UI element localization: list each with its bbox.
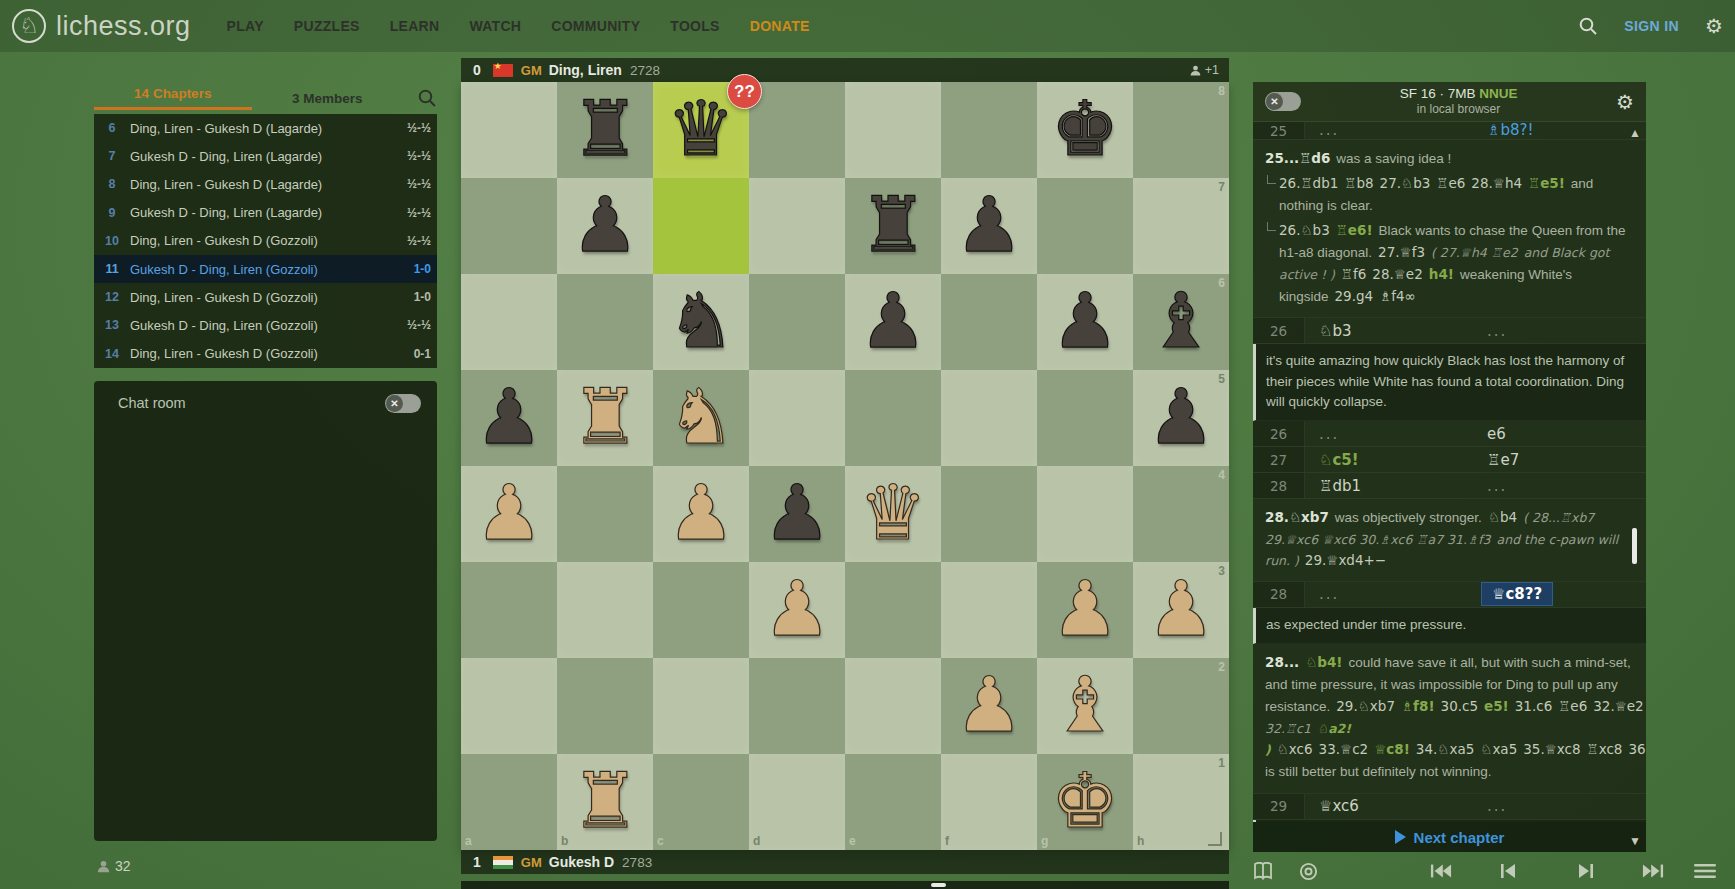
square-b4[interactable] (557, 466, 653, 562)
square-c6[interactable]: ♞ (653, 274, 749, 370)
variation-move[interactable]: ♖e6! (1336, 222, 1373, 238)
chapter-number: 10 (94, 234, 130, 248)
coord-rank-6: 6 (1218, 276, 1225, 290)
square-g6[interactable]: ♟ (1037, 274, 1133, 370)
nav-item-learn[interactable]: LEARN (390, 18, 440, 34)
black-pawn-b7[interactable]: ♟ (557, 178, 653, 274)
square-g4[interactable] (1037, 466, 1133, 562)
variation-move[interactable]: 26.♘b3 (1279, 222, 1330, 238)
chat-header: Chat room ✕ (94, 381, 437, 425)
variation-move[interactable]: e5! (1484, 698, 1509, 714)
square-h2[interactable]: 2 (1133, 658, 1229, 754)
variation-line: 26.♖db1♖b827.♘b3♖e628.♕h4♖e5!and nothing… (1265, 173, 1636, 217)
search-icon[interactable] (1578, 16, 1598, 36)
square-h8[interactable]: 8 (1133, 82, 1229, 178)
member-count-value: 32 (115, 858, 131, 874)
nav-item-puzzles[interactable]: PUZZLES (294, 18, 360, 34)
coord-file-e: e (849, 834, 856, 848)
variation-move[interactable]: ♖e6 (1436, 175, 1465, 191)
move-number: 26 (1253, 318, 1305, 343)
chapter-title: Ding, Liren - Gukesh D (Lagarde) (130, 121, 391, 136)
settings-gear-icon[interactable]: ⚙ (1705, 16, 1723, 36)
horizontal-scrollbar[interactable] (461, 881, 1229, 889)
square-f7[interactable]: ♟ (941, 178, 1037, 274)
square-d4[interactable]: ♟ (749, 466, 845, 562)
variation-move[interactable]: 33.♕c2 (1319, 741, 1369, 757)
chapter-result: 0-1 (391, 347, 437, 361)
move-row: 25...♗b8?! (1253, 122, 1646, 140)
chat-toggle[interactable]: ✕ (385, 394, 421, 413)
square-g5[interactable] (1037, 370, 1133, 466)
variation-line: 28...♘b4!could have save it all, but wit… (1265, 652, 1636, 783)
black-pawn-g6[interactable]: ♟ (1037, 274, 1133, 370)
move[interactable]: ♗b8?! (1473, 122, 1641, 139)
variation-line: 26.♘b3♖e6!Black wants to chase the Queen… (1265, 220, 1636, 308)
move[interactable]: ... (1305, 585, 1473, 603)
move-number: 26 (1253, 421, 1305, 446)
square-b7[interactable]: ♟ (557, 178, 653, 274)
square-b2[interactable] (557, 658, 653, 754)
chapter-row-8[interactable]: 8Ding, Liren - Gukesh D (Lagarde)½-½ (94, 170, 437, 198)
coord-rank-5: 5 (1218, 372, 1225, 386)
scrollbar-thumb[interactable] (1632, 528, 1637, 564)
chapter-row-7[interactable]: 7Gukesh D - Ding, Liren (Lagarde)½-½ (94, 142, 437, 170)
nav-item-watch[interactable]: WATCH (469, 18, 521, 34)
white-pawn-g3[interactable]: ♟ (1037, 562, 1133, 658)
variation-move[interactable]: 28... (1265, 654, 1299, 670)
move-row: 26...e6 (1253, 421, 1646, 447)
spectator-count: +1 (1189, 63, 1219, 77)
variation-move[interactable]: 30.c5 (1441, 698, 1478, 714)
coord-file-c: c (657, 834, 664, 848)
coord-file-a: a (465, 834, 472, 848)
variation-move[interactable]: 35.♕xc8 (1523, 741, 1580, 757)
black-pawn-h5[interactable]: ♟ (1133, 370, 1229, 466)
chapter-row-6[interactable]: 6Ding, Liren - Gukesh D (Lagarde)½-½ (94, 114, 437, 142)
square-d7[interactable] (749, 178, 845, 274)
coord-rank-2: 2 (1218, 660, 1225, 674)
black-pawn-d4[interactable]: ♟ (749, 466, 845, 562)
variation-block: 28.♘xb7was objectively stronger.♘b4( 28.… (1253, 499, 1646, 582)
move-number: 25 (1253, 122, 1305, 139)
nav-item-play[interactable]: PLAY (227, 18, 264, 34)
next-chapter-label: Next chapter (1414, 829, 1505, 846)
move[interactable]: ... (1473, 797, 1641, 815)
square-e8[interactable] (845, 82, 941, 178)
move-row: 27♘c5!♖e7 (1253, 447, 1646, 473)
annotation-comment: it's quite amazing how quickly Black has… (1253, 344, 1646, 421)
square-h6[interactable]: ♝6 (1133, 274, 1229, 370)
variation-move[interactable]: 27.♘b3 (1380, 175, 1431, 191)
chapter-title: Ding, Liren - Gukesh D (Gozzoli) (130, 233, 391, 248)
toggle-knob-x: ✕ (386, 395, 403, 412)
analysis-panel: ✕ SF 16 · 7MB NNUE in local browser ⚙ 25… (1253, 82, 1646, 852)
square-f6[interactable] (941, 274, 1037, 370)
variation-move[interactable]: ♘xa5 (1480, 741, 1517, 757)
square-h7[interactable]: 7 (1133, 178, 1229, 274)
black-king-g8[interactable]: ♚ (1037, 82, 1133, 178)
move[interactable]: ♖e7 (1473, 451, 1641, 469)
chapter-result: 1-0 (391, 262, 437, 276)
square-b8[interactable]: ♜ (557, 82, 653, 178)
move[interactable]: ... (1473, 322, 1641, 340)
person-icon (1189, 64, 1202, 77)
square-e4[interactable]: ♛ (845, 466, 941, 562)
chapter-result: ½-½ (391, 177, 437, 191)
play-icon (1395, 830, 1406, 844)
square-e6[interactable]: ♟ (845, 274, 941, 370)
spectator-value: +1 (1205, 63, 1219, 77)
engine-header: ✕ SF 16 · 7MB NNUE in local browser ⚙ (1253, 82, 1646, 122)
chapter-result: ½-½ (391, 234, 437, 248)
move[interactable]: e6 (1473, 425, 1641, 443)
chapter-number: 7 (94, 149, 130, 163)
square-e3[interactable] (845, 562, 941, 658)
chapter-number: 13 (94, 318, 130, 332)
square-c1[interactable]: c (653, 754, 749, 850)
square-c4[interactable]: ♟ (653, 466, 749, 562)
square-g1[interactable]: ♚g (1037, 754, 1133, 850)
chapter-row-13[interactable]: 13Gukesh D - Ding, Liren (Gozzoli)½-½ (94, 311, 437, 339)
board-resize-handle[interactable] (1208, 832, 1222, 846)
person-icon (96, 859, 111, 874)
white-pawn-h3[interactable]: ♟ (1133, 562, 1229, 658)
move-row: 28♖db1... (1253, 473, 1646, 499)
square-f2[interactable]: ♟ (941, 658, 1037, 754)
move[interactable]: ... (1305, 425, 1473, 443)
white-pawn-c4[interactable]: ♟ (653, 466, 749, 562)
coord-rank-7: 7 (1218, 180, 1225, 194)
chapter-number: 8 (94, 177, 130, 191)
variation-move[interactable]: 36.♖xa5 (1628, 741, 1646, 757)
variation-move[interactable]: 25...♖d6 (1265, 150, 1330, 166)
square-b6[interactable] (557, 274, 653, 370)
square-f8[interactable] (941, 82, 1037, 178)
variation-move[interactable]: ( 27.♕h4 ♖e2 (1431, 245, 1518, 260)
previous-move-button[interactable] (1500, 861, 1516, 881)
square-c7[interactable] (653, 178, 749, 274)
variation-move[interactable]: 28.♘xb7 (1265, 509, 1329, 525)
variation-line: 28.♘xb7was objectively stronger.♘b4( 28.… (1265, 507, 1636, 571)
engine-nnue-badge: NNUE (1479, 86, 1517, 101)
next-chapter-button[interactable]: Next chapter (1253, 822, 1646, 852)
chapter-row-10[interactable]: 10Ding, Liren - Gukesh D (Gozzoli)½-½ (94, 227, 437, 255)
study-tabs: 14 Chapters 3 Members (94, 84, 437, 112)
square-a4[interactable]: ♟ (461, 466, 557, 562)
coord-rank-1: 1 (1218, 756, 1225, 770)
score-bottom: 1 (461, 854, 493, 870)
chapter-row-11[interactable]: 11Gukesh D - Ding, Liren (Gozzoli)1-0 (94, 255, 437, 283)
black-pawn-e6[interactable]: ♟ (845, 274, 941, 370)
white-pawn-f2[interactable]: ♟ (941, 658, 1037, 754)
move-list: 25...♗b8?!25...♖d6was a saving idea !26.… (1253, 122, 1646, 822)
lichess-logo[interactable]: ♘ lichess.org (12, 9, 191, 43)
black-rook-e7[interactable]: ♜ (845, 178, 941, 274)
chapter-row-9[interactable]: 9Gukesh D - Ding, Liren (Lagarde)½-½ (94, 199, 437, 227)
score-top: 0 (461, 62, 493, 78)
white-bishop-g2[interactable]: ♝ (1037, 658, 1133, 754)
nav-item-community[interactable]: COMMUNITY (551, 18, 640, 34)
square-h5[interactable]: ♟5 (1133, 370, 1229, 466)
engine-name: SF 16 · 7MB NNUE (1301, 86, 1616, 103)
square-c2[interactable] (653, 658, 749, 754)
move-number: 28 (1253, 473, 1305, 498)
move[interactable]: ♘c5! (1305, 451, 1473, 469)
comment-text: was a saving idea ! (1336, 151, 1451, 166)
current-move[interactable]: ♕c8?? (1481, 582, 1553, 606)
blunder-annotation-badge: ?? (727, 74, 762, 109)
first-move-button[interactable] (1430, 861, 1452, 881)
variation-move[interactable]: h4! (1429, 266, 1454, 282)
knight-logo-icon: ♘ (12, 9, 46, 43)
variation-move[interactable]: ♗f4∞ (1379, 288, 1416, 304)
next-move-button[interactable] (1578, 861, 1594, 881)
nav-item-donate[interactable]: DONATE (750, 18, 810, 34)
variation-move[interactable]: 28.♕h4 (1471, 175, 1522, 191)
chevron-down-icon[interactable]: ▼ (1629, 834, 1641, 848)
flag-india-icon (493, 856, 513, 869)
square-h4[interactable]: 4 (1133, 466, 1229, 562)
top-navbar: ♘ lichess.org PLAYPUZZLESLEARNWATCHCOMMU… (0, 0, 1735, 52)
square-e2[interactable] (845, 658, 941, 754)
square-b3[interactable] (557, 562, 653, 658)
black-pawn-f7[interactable]: ♟ (941, 178, 1037, 274)
white-queen-e4[interactable]: ♛ (845, 466, 941, 562)
variation-move[interactable]: 26.♖db1 (1279, 175, 1338, 191)
variation-move[interactable]: ♘xc6 (1277, 741, 1313, 757)
comments-book-icon[interactable] (1253, 861, 1273, 881)
square-g3[interactable]: ♟ (1037, 562, 1133, 658)
player-title-bottom[interactable]: GM (521, 855, 542, 870)
square-c3[interactable] (653, 562, 749, 658)
variation-move[interactable]: 34.♘xa5 (1416, 741, 1474, 757)
chapter-number: 9 (94, 206, 130, 220)
chapter-result: ½-½ (391, 318, 437, 332)
sign-in-button[interactable]: SIGN IN (1624, 18, 1679, 34)
move-row: 29♕xc6... (1253, 794, 1646, 820)
variation-move[interactable]: 29.♕xd4+− (1305, 552, 1386, 568)
chapter-title: Gukesh D - Ding, Liren (Gozzoli) (130, 318, 391, 333)
flag-china-icon (493, 64, 513, 77)
move-number: 29 (1253, 794, 1305, 819)
white-rook-b1[interactable]: ♜ (557, 754, 653, 850)
variation-move[interactable]: ♘b4 (1488, 509, 1517, 525)
coord-file-b: b (561, 834, 568, 848)
square-f3[interactable] (941, 562, 1037, 658)
logo-text: lichess.org (56, 11, 191, 42)
chapter-number: 11 (94, 262, 130, 276)
white-pawn-d3[interactable]: ♟ (749, 562, 845, 658)
nav-item-tools[interactable]: TOOLS (670, 18, 719, 34)
coord-rank-8: 8 (1218, 84, 1225, 98)
move-row: 28...♕c8?? (1253, 582, 1646, 608)
square-a5[interactable]: ♟ (461, 370, 557, 466)
chapter-row-12[interactable]: 12Ding, Liren - Gukesh D (Gozzoli)1-0 (94, 283, 437, 311)
coord-file-h: h (1137, 834, 1144, 848)
move[interactable]: ... (1473, 477, 1641, 495)
annotation-comment: as expected under time pressure. (1253, 608, 1646, 644)
move-row: 26♘b3... (1253, 318, 1646, 344)
chapter-result: ½-½ (391, 149, 437, 163)
player-name-bottom[interactable]: Gukesh D (549, 854, 614, 870)
variation-move[interactable]: ♖b8 (1344, 175, 1373, 191)
square-d2[interactable] (749, 658, 845, 754)
black-pawn-a5[interactable]: ♟ (461, 370, 557, 466)
move[interactable]: ♖db1 (1305, 477, 1473, 495)
coord-file-f: f (945, 834, 949, 848)
square-d5[interactable] (749, 370, 845, 466)
white-king-g1[interactable]: ♚ (1037, 754, 1133, 850)
square-g2[interactable]: ♝ (1037, 658, 1133, 754)
square-f1[interactable]: f (941, 754, 1037, 850)
variation-move[interactable]: 28.♕e2 (1372, 266, 1422, 282)
chapter-title: Gukesh D - Ding, Liren (Lagarde) (130, 149, 391, 164)
square-b1[interactable]: ♜b (557, 754, 653, 850)
square-d3[interactable]: ♟ (749, 562, 845, 658)
white-rook-b5[interactable]: ♜ (557, 370, 653, 466)
coord-rank-4: 4 (1218, 468, 1225, 482)
square-a3[interactable] (461, 562, 557, 658)
chapter-number: 12 (94, 290, 130, 304)
comment-text: was objectively stronger. (1335, 510, 1482, 525)
variation-move[interactable]: ♘b4! (1305, 654, 1342, 670)
square-b5[interactable]: ♜ (557, 370, 653, 466)
player-title-top[interactable]: GM (521, 63, 542, 78)
menu-hamburger-icon[interactable] (1694, 861, 1716, 881)
square-a6[interactable] (461, 274, 557, 370)
white-pawn-a4[interactable]: ♟ (461, 466, 557, 562)
square-h3[interactable]: ♟3 (1133, 562, 1229, 658)
chat-title: Chat room (118, 395, 186, 411)
player-bar-bottom: 1 GM Gukesh D 2783 (461, 850, 1229, 874)
chapter-title: Ding, Liren - Gukesh D (Gozzoli) (130, 346, 391, 361)
main-nav: PLAYPUZZLESLEARNWATCHCOMMUNITYTOOLSDONAT… (227, 18, 810, 34)
chapter-number: 14 (94, 347, 130, 361)
black-knight-c6[interactable]: ♞ (653, 274, 749, 370)
coord-file-d: d (753, 834, 760, 848)
chapter-title: Ding, Liren - Gukesh D (Lagarde) (130, 177, 391, 192)
chapter-row-14[interactable]: 14Ding, Liren - Gukesh D (Gozzoli)0-1 (94, 340, 437, 368)
chevron-up-icon[interactable]: ▲ (1629, 126, 1641, 140)
variation-block: 28...♘b4!could have save it all, but wit… (1253, 644, 1646, 794)
square-c5[interactable]: ♞ (653, 370, 749, 466)
variation-move[interactable]: 29.g4 (1335, 288, 1374, 304)
last-move-button[interactable] (1642, 861, 1664, 881)
glyphs-circle-icon[interactable] (1299, 861, 1318, 881)
player-name-top[interactable]: Ding, Liren (549, 62, 622, 78)
square-e7[interactable]: ♜ (845, 178, 941, 274)
move[interactable]: ♘b3 (1305, 322, 1473, 340)
variation-move[interactable]: 29.♘xb7 (1336, 698, 1395, 714)
square-e5[interactable] (845, 370, 941, 466)
chess-board[interactable]: ♜♛♚8♟♜♟7♞♟♟♝6♟♜♞♟5♟♟♟♛4♟♟♟3♟♝2a♜bcdef♚gh… (461, 82, 1229, 850)
variation-move[interactable]: ♖xc8 (1587, 741, 1623, 757)
player-rating-bottom: 2783 (622, 855, 652, 870)
chapter-search-icon[interactable] (417, 88, 437, 108)
move-number: 28 (1253, 582, 1305, 607)
chapter-title: Ding, Liren - Gukesh D (Gozzoli) (130, 290, 391, 305)
square-a8[interactable] (461, 82, 557, 178)
variation-move[interactable]: 32.♕e2 (1593, 698, 1643, 714)
study-toolbar (1253, 856, 1646, 886)
square-d1[interactable]: d (749, 754, 845, 850)
square-e1[interactable]: e (845, 754, 941, 850)
chapter-title: Gukesh D - Ding, Liren (Lagarde) (130, 205, 391, 220)
tab-chapters[interactable]: 14 Chapters (94, 86, 252, 110)
chapter-result: ½-½ (391, 121, 437, 135)
variation-move[interactable]: ♖e6 (1558, 698, 1587, 714)
variation-move[interactable]: ♕c8! (1374, 741, 1410, 757)
square-f4[interactable] (941, 466, 1037, 562)
lichess-study-page: ♘ lichess.org PLAYPUZZLESLEARNWATCHCOMMU… (0, 0, 1735, 889)
engine-location: in local browser (1301, 102, 1616, 117)
toggle-knob-x: ✕ (1266, 93, 1283, 110)
tab-members[interactable]: 3 Members (252, 91, 404, 106)
square-a1[interactable]: a (461, 754, 557, 850)
header-actions: SIGN IN ⚙ (1578, 0, 1723, 52)
engine-info: SF 16 · 7MB NNUE in local browser (1301, 86, 1616, 118)
player-rating-top: 2728 (630, 63, 660, 78)
move[interactable]: ♕xc6 (1305, 797, 1473, 815)
chapter-result: ½-½ (391, 206, 437, 220)
square-g8[interactable]: ♚ (1037, 82, 1133, 178)
variation-move[interactable]: ♗f8! (1401, 698, 1435, 714)
coord-file-g: g (1041, 834, 1048, 848)
square-g7[interactable] (1037, 178, 1133, 274)
variation-move[interactable]: 27.♕f3 (1378, 244, 1425, 260)
member-count: 32 (96, 858, 131, 874)
chapter-result: 1-0 (391, 290, 437, 304)
scrollbar-thumb[interactable] (931, 883, 946, 887)
player-bar-top: 0 GM Ding, Liren 2728 +1 (461, 58, 1229, 82)
chat-room-panel: Chat room ✕ (94, 381, 437, 841)
square-f5[interactable] (941, 370, 1037, 466)
move[interactable]: ... (1305, 122, 1473, 139)
white-knight-c5[interactable]: ♞ (653, 370, 749, 466)
coord-rank-3: 3 (1218, 564, 1225, 578)
chapter-list: 6Ding, Liren - Gukesh D (Lagarde)½-½7Guk… (94, 114, 437, 368)
square-d6[interactable] (749, 274, 845, 370)
variation-move[interactable]: ♖e5! (1528, 175, 1565, 191)
black-bishop-h6[interactable]: ♝ (1133, 274, 1229, 370)
engine-toggle[interactable]: ✕ (1265, 92, 1301, 111)
variation-block: 25...♖d6was a saving idea !26.♖db1♖b827.… (1253, 140, 1646, 318)
square-a7[interactable] (461, 178, 557, 274)
analysis-gear-icon[interactable]: ⚙ (1616, 92, 1634, 112)
move-number: 27 (1253, 447, 1305, 472)
square-d8[interactable] (749, 82, 845, 178)
variation-line: 25...♖d6was a saving idea ! (1265, 148, 1636, 170)
variation-move[interactable]: ♖f6 (1341, 266, 1366, 282)
variation-move[interactable]: 31.c6 (1515, 698, 1552, 714)
black-rook-b8[interactable]: ♜ (557, 82, 653, 178)
chapter-number: 6 (94, 121, 130, 135)
chapter-title: Gukesh D - Ding, Liren (Gozzoli) (130, 262, 391, 277)
square-a2[interactable] (461, 658, 557, 754)
